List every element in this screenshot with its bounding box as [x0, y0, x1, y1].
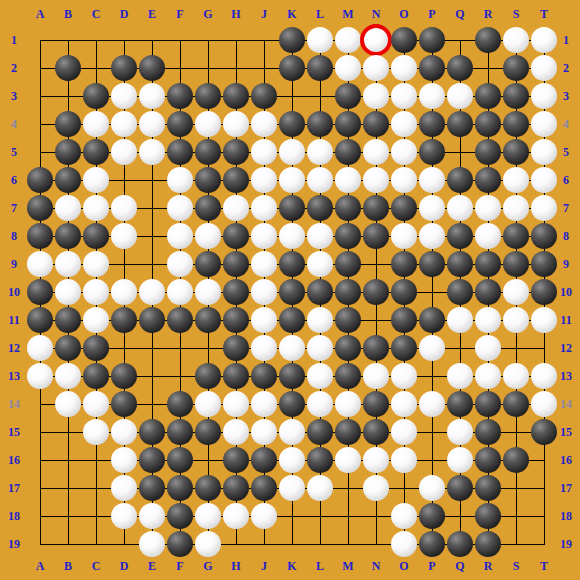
white-stone-A13 — [27, 363, 53, 389]
column-label: B — [55, 559, 81, 573]
white-stone-G14 — [195, 391, 221, 417]
white-stone-N3 — [363, 83, 389, 109]
white-stone-O6 — [391, 167, 417, 193]
white-stone-T6 — [531, 167, 557, 193]
white-stone-E18 — [139, 503, 165, 529]
black-stone-B2 — [55, 55, 81, 81]
black-stone-P18 — [419, 503, 445, 529]
white-stone-E10 — [139, 279, 165, 305]
black-stone-K13 — [279, 363, 305, 389]
go-board-screenshot: AABBCCDDEEFFGGHHJJKKLLMMNNOOPPQQRRSSTT11… — [0, 0, 580, 580]
white-stone-Q11 — [447, 307, 473, 333]
black-stone-B8 — [55, 223, 81, 249]
black-stone-E2 — [139, 55, 165, 81]
column-label: F — [167, 559, 193, 573]
white-stone-L5 — [307, 139, 333, 165]
white-stone-J4 — [251, 111, 277, 137]
black-stone-H10 — [223, 279, 249, 305]
white-stone-J12 — [251, 335, 277, 361]
black-stone-N14 — [363, 391, 389, 417]
white-stone-L11 — [307, 307, 333, 333]
black-stone-K9 — [279, 251, 305, 277]
white-stone-N5 — [363, 139, 389, 165]
white-stone-L1 — [307, 27, 333, 53]
white-stone-T2 — [531, 55, 557, 81]
white-stone-K8 — [279, 223, 305, 249]
black-stone-O1 — [391, 27, 417, 53]
column-label: H — [223, 7, 249, 21]
black-stone-M15 — [335, 419, 361, 445]
black-stone-K14 — [279, 391, 305, 417]
column-label: L — [307, 7, 333, 21]
black-stone-K1 — [279, 27, 305, 53]
black-stone-O9 — [391, 251, 417, 277]
white-stone-B13 — [55, 363, 81, 389]
white-stone-O16 — [391, 447, 417, 473]
black-stone-S9 — [503, 251, 529, 277]
white-stone-T11 — [531, 307, 557, 333]
column-label: S — [503, 559, 529, 573]
column-label: L — [307, 559, 333, 573]
column-label: P — [419, 7, 445, 21]
white-stone-O13 — [391, 363, 417, 389]
white-stone-D3 — [111, 83, 137, 109]
row-label: 3 — [1, 89, 27, 103]
black-stone-S3 — [503, 83, 529, 109]
column-label: F — [167, 7, 193, 21]
black-stone-H5 — [223, 139, 249, 165]
white-stone-T5 — [531, 139, 557, 165]
white-stone-J18 — [251, 503, 277, 529]
column-label: C — [83, 7, 109, 21]
white-stone-N6 — [363, 167, 389, 193]
black-stone-F4 — [167, 111, 193, 137]
white-stone-T14 — [531, 391, 557, 417]
column-label: O — [391, 7, 417, 21]
white-stone-S1 — [503, 27, 529, 53]
white-stone-H15 — [223, 419, 249, 445]
white-stone-N16 — [363, 447, 389, 473]
black-stone-O7 — [391, 195, 417, 221]
white-stone-B9 — [55, 251, 81, 277]
column-label: P — [419, 559, 445, 573]
black-stone-D11 — [111, 307, 137, 333]
black-stone-N12 — [363, 335, 389, 361]
black-stone-T9 — [531, 251, 557, 277]
white-stone-E4 — [139, 111, 165, 137]
column-label: D — [111, 559, 137, 573]
white-stone-O5 — [391, 139, 417, 165]
white-stone-F6 — [167, 167, 193, 193]
white-stone-T13 — [531, 363, 557, 389]
black-stone-B6 — [55, 167, 81, 193]
white-stone-H7 — [223, 195, 249, 221]
black-stone-R3 — [475, 83, 501, 109]
row-label: 15 — [1, 425, 27, 439]
black-stone-F19 — [167, 531, 193, 557]
white-stone-T3 — [531, 83, 557, 109]
black-stone-D14 — [111, 391, 137, 417]
column-label: S — [503, 7, 529, 21]
white-stone-J7 — [251, 195, 277, 221]
black-stone-H12 — [223, 335, 249, 361]
white-stone-R11 — [475, 307, 501, 333]
row-label: 1 — [1, 33, 27, 47]
black-stone-P4 — [419, 111, 445, 137]
white-stone-C6 — [83, 167, 109, 193]
black-stone-E16 — [139, 447, 165, 473]
black-stone-S5 — [503, 139, 529, 165]
column-label: K — [279, 7, 305, 21]
white-stone-D8 — [111, 223, 137, 249]
white-stone-R7 — [475, 195, 501, 221]
row-label: 14 — [1, 397, 27, 411]
black-stone-M4 — [335, 111, 361, 137]
row-label: 12 — [553, 341, 579, 355]
column-label: N — [363, 559, 389, 573]
white-stone-M2 — [335, 55, 361, 81]
white-stone-P7 — [419, 195, 445, 221]
black-stone-J13 — [251, 363, 277, 389]
black-stone-B4 — [55, 111, 81, 137]
black-stone-F16 — [167, 447, 193, 473]
black-stone-R19 — [475, 531, 501, 557]
row-label: 19 — [553, 537, 579, 551]
black-stone-G3 — [195, 83, 221, 109]
white-stone-E19 — [139, 531, 165, 557]
column-label: G — [195, 7, 221, 21]
black-stone-M5 — [335, 139, 361, 165]
column-label: H — [223, 559, 249, 573]
white-stone-C14 — [83, 391, 109, 417]
column-label: J — [251, 559, 277, 573]
black-stone-M3 — [335, 83, 361, 109]
black-stone-T8 — [531, 223, 557, 249]
white-stone-K6 — [279, 167, 305, 193]
column-label: R — [475, 7, 501, 21]
white-stone-L9 — [307, 251, 333, 277]
white-stone-G19 — [195, 531, 221, 557]
black-stone-S4 — [503, 111, 529, 137]
white-stone-K12 — [279, 335, 305, 361]
column-label: R — [475, 559, 501, 573]
black-stone-F5 — [167, 139, 193, 165]
black-stone-C13 — [83, 363, 109, 389]
white-stone-O2 — [391, 55, 417, 81]
black-stone-C12 — [83, 335, 109, 361]
row-label: 16 — [1, 453, 27, 467]
column-label: Q — [447, 7, 473, 21]
white-stone-Q16 — [447, 447, 473, 473]
row-label: 5 — [1, 145, 27, 159]
black-stone-F17 — [167, 475, 193, 501]
black-stone-Q17 — [447, 475, 473, 501]
black-stone-R17 — [475, 475, 501, 501]
white-stone-O14 — [391, 391, 417, 417]
white-stone-L8 — [307, 223, 333, 249]
white-stone-K15 — [279, 419, 305, 445]
white-stone-N2 — [363, 55, 389, 81]
black-stone-E17 — [139, 475, 165, 501]
row-label: 11 — [1, 313, 27, 327]
black-stone-M12 — [335, 335, 361, 361]
black-stone-P2 — [419, 55, 445, 81]
black-stone-H3 — [223, 83, 249, 109]
black-stone-G11 — [195, 307, 221, 333]
white-stone-S6 — [503, 167, 529, 193]
column-label: N — [363, 7, 389, 21]
black-stone-O11 — [391, 307, 417, 333]
column-label: D — [111, 7, 137, 21]
black-stone-J3 — [251, 83, 277, 109]
black-stone-K10 — [279, 279, 305, 305]
white-stone-B14 — [55, 391, 81, 417]
column-label: M — [335, 7, 361, 21]
white-stone-M1 — [335, 27, 361, 53]
column-label: J — [251, 7, 277, 21]
white-stone-D7 — [111, 195, 137, 221]
white-stone-L6 — [307, 167, 333, 193]
black-stone-A6 — [27, 167, 53, 193]
row-label: 18 — [553, 509, 579, 523]
white-stone-P14 — [419, 391, 445, 417]
black-stone-N8 — [363, 223, 389, 249]
black-stone-E15 — [139, 419, 165, 445]
column-label: T — [531, 7, 557, 21]
column-label: B — [55, 7, 81, 21]
column-label: O — [391, 559, 417, 573]
white-stone-S10 — [503, 279, 529, 305]
black-stone-H11 — [223, 307, 249, 333]
black-stone-S2 — [503, 55, 529, 81]
black-stone-A11 — [27, 307, 53, 333]
black-stone-M8 — [335, 223, 361, 249]
row-label: 9 — [1, 257, 27, 271]
white-stone-S11 — [503, 307, 529, 333]
white-stone-K17 — [279, 475, 305, 501]
black-stone-B12 — [55, 335, 81, 361]
black-stone-E11 — [139, 307, 165, 333]
white-stone-T1 — [531, 27, 557, 53]
white-stone-Q13 — [447, 363, 473, 389]
black-stone-S16 — [503, 447, 529, 473]
white-stone-L13 — [307, 363, 333, 389]
black-stone-K7 — [279, 195, 305, 221]
column-label: A — [27, 7, 53, 21]
white-stone-E5 — [139, 139, 165, 165]
black-stone-S14 — [503, 391, 529, 417]
white-stone-H18 — [223, 503, 249, 529]
white-stone-C11 — [83, 307, 109, 333]
white-stone-M16 — [335, 447, 361, 473]
white-stone-P8 — [419, 223, 445, 249]
black-stone-Q4 — [447, 111, 473, 137]
black-stone-H17 — [223, 475, 249, 501]
black-stone-Q10 — [447, 279, 473, 305]
black-stone-F18 — [167, 503, 193, 529]
white-stone-B10 — [55, 279, 81, 305]
column-label: E — [139, 559, 165, 573]
black-stone-A10 — [27, 279, 53, 305]
white-stone-G4 — [195, 111, 221, 137]
white-stone-C10 — [83, 279, 109, 305]
column-label: G — [195, 559, 221, 573]
black-stone-G15 — [195, 419, 221, 445]
black-stone-O10 — [391, 279, 417, 305]
white-stone-D18 — [111, 503, 137, 529]
black-stone-R14 — [475, 391, 501, 417]
white-stone-S13 — [503, 363, 529, 389]
white-stone-F8 — [167, 223, 193, 249]
black-stone-D2 — [111, 55, 137, 81]
black-stone-C3 — [83, 83, 109, 109]
white-stone-C9 — [83, 251, 109, 277]
white-stone-J15 — [251, 419, 277, 445]
black-stone-L15 — [307, 419, 333, 445]
black-stone-G7 — [195, 195, 221, 221]
black-stone-M7 — [335, 195, 361, 221]
black-stone-R5 — [475, 139, 501, 165]
row-label: 8 — [1, 229, 27, 243]
black-stone-F15 — [167, 419, 193, 445]
white-stone-D5 — [111, 139, 137, 165]
column-label: A — [27, 559, 53, 573]
white-stone-G10 — [195, 279, 221, 305]
black-stone-M10 — [335, 279, 361, 305]
black-stone-G9 — [195, 251, 221, 277]
black-stone-H16 — [223, 447, 249, 473]
black-stone-Q9 — [447, 251, 473, 277]
white-stone-K16 — [279, 447, 305, 473]
black-stone-A7 — [27, 195, 53, 221]
white-stone-P3 — [419, 83, 445, 109]
white-stone-K5 — [279, 139, 305, 165]
white-stone-L17 — [307, 475, 333, 501]
white-stone-T4 — [531, 111, 557, 137]
white-stone-J14 — [251, 391, 277, 417]
white-stone-N1 — [363, 27, 389, 53]
black-stone-R9 — [475, 251, 501, 277]
row-label: 19 — [1, 537, 27, 551]
black-stone-G17 — [195, 475, 221, 501]
black-stone-K11 — [279, 307, 305, 333]
row-label: 10 — [1, 285, 27, 299]
black-stone-P11 — [419, 307, 445, 333]
white-stone-D4 — [111, 111, 137, 137]
black-stone-J17 — [251, 475, 277, 501]
row-label: 17 — [553, 481, 579, 495]
black-stone-Q14 — [447, 391, 473, 417]
black-stone-A8 — [27, 223, 53, 249]
black-stone-R16 — [475, 447, 501, 473]
column-label: Q — [447, 559, 473, 573]
white-stone-D15 — [111, 419, 137, 445]
white-stone-O19 — [391, 531, 417, 557]
white-stone-F10 — [167, 279, 193, 305]
black-stone-C8 — [83, 223, 109, 249]
black-stone-B5 — [55, 139, 81, 165]
black-stone-K2 — [279, 55, 305, 81]
white-stone-Q3 — [447, 83, 473, 109]
black-stone-P1 — [419, 27, 445, 53]
row-label: 16 — [553, 453, 579, 467]
white-stone-O18 — [391, 503, 417, 529]
row-label: 17 — [1, 481, 27, 495]
black-stone-K4 — [279, 111, 305, 137]
black-stone-N7 — [363, 195, 389, 221]
white-stone-F9 — [167, 251, 193, 277]
column-label: M — [335, 559, 361, 573]
black-stone-M11 — [335, 307, 361, 333]
last-move-marker — [360, 24, 392, 56]
black-stone-L4 — [307, 111, 333, 137]
black-stone-F11 — [167, 307, 193, 333]
white-stone-E3 — [139, 83, 165, 109]
row-label: 2 — [1, 61, 27, 75]
black-stone-H6 — [223, 167, 249, 193]
white-stone-J6 — [251, 167, 277, 193]
black-stone-L2 — [307, 55, 333, 81]
black-stone-M9 — [335, 251, 361, 277]
white-stone-C4 — [83, 111, 109, 137]
black-stone-P9 — [419, 251, 445, 277]
white-stone-B7 — [55, 195, 81, 221]
black-stone-L10 — [307, 279, 333, 305]
black-stone-Q8 — [447, 223, 473, 249]
row-label: 7 — [1, 201, 27, 215]
black-stone-T15 — [531, 419, 557, 445]
white-stone-J10 — [251, 279, 277, 305]
white-stone-F7 — [167, 195, 193, 221]
black-stone-L16 — [307, 447, 333, 473]
black-stone-G5 — [195, 139, 221, 165]
white-stone-G8 — [195, 223, 221, 249]
white-stone-L12 — [307, 335, 333, 361]
black-stone-M13 — [335, 363, 361, 389]
white-stone-O15 — [391, 419, 417, 445]
white-stone-M6 — [335, 167, 361, 193]
white-stone-H14 — [223, 391, 249, 417]
white-stone-O8 — [391, 223, 417, 249]
white-stone-J8 — [251, 223, 277, 249]
white-stone-P6 — [419, 167, 445, 193]
white-stone-A9 — [27, 251, 53, 277]
black-stone-D13 — [111, 363, 137, 389]
white-stone-D16 — [111, 447, 137, 473]
row-label: 4 — [1, 117, 27, 131]
white-stone-O4 — [391, 111, 417, 137]
white-stone-Q7 — [447, 195, 473, 221]
black-stone-R6 — [475, 167, 501, 193]
white-stone-J9 — [251, 251, 277, 277]
black-stone-N10 — [363, 279, 389, 305]
white-stone-H4 — [223, 111, 249, 137]
black-stone-Q2 — [447, 55, 473, 81]
column-label: C — [83, 559, 109, 573]
black-stone-P5 — [419, 139, 445, 165]
row-label: 18 — [1, 509, 27, 523]
black-stone-H13 — [223, 363, 249, 389]
white-stone-D10 — [111, 279, 137, 305]
black-stone-F3 — [167, 83, 193, 109]
black-stone-O12 — [391, 335, 417, 361]
row-label: 12 — [1, 341, 27, 355]
white-stone-G18 — [195, 503, 221, 529]
black-stone-G6 — [195, 167, 221, 193]
black-stone-N15 — [363, 419, 389, 445]
black-stone-Q6 — [447, 167, 473, 193]
white-stone-D17 — [111, 475, 137, 501]
